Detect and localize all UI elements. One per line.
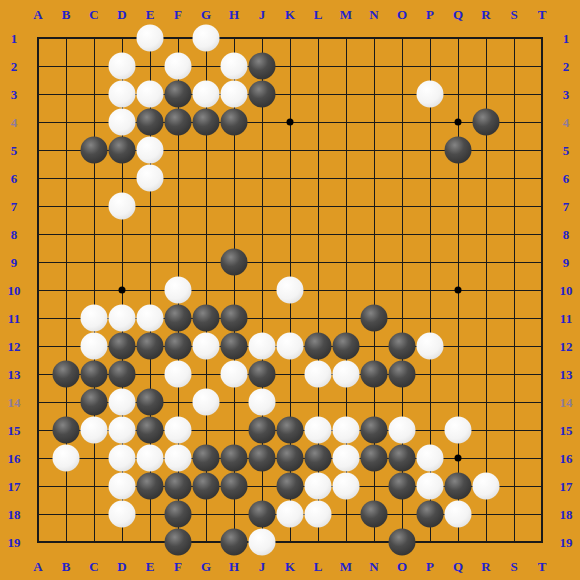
stone-white-C12[interactable] xyxy=(81,333,108,360)
stone-black-E12[interactable] xyxy=(137,333,164,360)
stone-white-M16[interactable] xyxy=(333,445,360,472)
row-label-left-12: 12 xyxy=(8,340,21,353)
stone-black-L16[interactable] xyxy=(305,445,332,472)
col-label-top-J: J xyxy=(259,8,266,21)
stone-white-K18[interactable] xyxy=(277,501,304,528)
row-label-right-11: 11 xyxy=(560,312,572,325)
col-label-bottom-G: G xyxy=(201,560,211,573)
row-label-right-9: 9 xyxy=(563,256,570,269)
stone-white-D2[interactable] xyxy=(109,53,136,80)
stone-black-G16[interactable] xyxy=(193,445,220,472)
stone-white-M17[interactable] xyxy=(333,473,360,500)
row-label-left-2: 2 xyxy=(11,60,18,73)
star-point-Q4 xyxy=(455,119,462,126)
col-label-top-H: H xyxy=(229,8,239,21)
col-label-top-T: T xyxy=(538,8,547,21)
stone-black-N15[interactable] xyxy=(361,417,388,444)
stone-white-K10[interactable] xyxy=(277,277,304,304)
star-point-D10 xyxy=(119,287,126,294)
col-label-bottom-A: A xyxy=(33,560,42,573)
stone-white-R17[interactable] xyxy=(473,473,500,500)
col-label-bottom-D: D xyxy=(117,560,126,573)
stone-white-F10[interactable] xyxy=(165,277,192,304)
row-label-left-6: 6 xyxy=(11,172,18,185)
row-label-left-19: 19 xyxy=(8,536,21,549)
stone-black-C5[interactable] xyxy=(81,137,108,164)
col-label-top-D: D xyxy=(117,8,126,21)
stone-white-J14[interactable] xyxy=(249,389,276,416)
stone-black-B13[interactable] xyxy=(53,361,80,388)
stone-black-E4[interactable] xyxy=(137,109,164,136)
row-label-right-8: 8 xyxy=(563,228,570,241)
row-label-left-14: 14 xyxy=(8,396,21,409)
row-label-right-1: 1 xyxy=(563,32,570,45)
row-label-right-19: 19 xyxy=(560,536,573,549)
star-point-Q16 xyxy=(455,455,462,462)
row-label-left-16: 16 xyxy=(8,452,21,465)
stone-white-F16[interactable] xyxy=(165,445,192,472)
stone-white-E11[interactable] xyxy=(137,305,164,332)
row-label-left-7: 7 xyxy=(11,200,18,213)
stone-white-O15[interactable] xyxy=(389,417,416,444)
stone-black-H17[interactable] xyxy=(221,473,248,500)
row-label-right-17: 17 xyxy=(560,480,573,493)
row-label-left-9: 9 xyxy=(11,256,18,269)
stone-white-G12[interactable] xyxy=(193,333,220,360)
stone-black-M12[interactable] xyxy=(333,333,360,360)
stone-white-B16[interactable] xyxy=(53,445,80,472)
row-label-right-7: 7 xyxy=(563,200,570,213)
stone-black-O12[interactable] xyxy=(389,333,416,360)
stone-black-J15[interactable] xyxy=(249,417,276,444)
col-label-bottom-O: O xyxy=(397,560,407,573)
stone-white-G14[interactable] xyxy=(193,389,220,416)
stone-white-G3[interactable] xyxy=(193,81,220,108)
stone-white-D11[interactable] xyxy=(109,305,136,332)
stone-white-H2[interactable] xyxy=(221,53,248,80)
stone-black-D13[interactable] xyxy=(109,361,136,388)
col-label-bottom-M: M xyxy=(340,560,352,573)
stone-black-C13[interactable] xyxy=(81,361,108,388)
stone-white-D15[interactable] xyxy=(109,417,136,444)
row-label-left-1: 1 xyxy=(11,32,18,45)
row-label-right-14: 14 xyxy=(560,396,573,409)
row-label-left-5: 5 xyxy=(11,144,18,157)
stone-white-D4[interactable] xyxy=(109,109,136,136)
stone-black-O19[interactable] xyxy=(389,529,416,556)
stone-black-K16[interactable] xyxy=(277,445,304,472)
stone-black-C14[interactable] xyxy=(81,389,108,416)
stone-black-H9[interactable] xyxy=(221,249,248,276)
stone-white-J12[interactable] xyxy=(249,333,276,360)
col-label-bottom-T: T xyxy=(538,560,547,573)
stone-black-N11[interactable] xyxy=(361,305,388,332)
stone-black-F12[interactable] xyxy=(165,333,192,360)
stone-white-D18[interactable] xyxy=(109,501,136,528)
stone-white-C15[interactable] xyxy=(81,417,108,444)
row-label-right-4: 4 xyxy=(563,116,570,129)
stone-black-Q17[interactable] xyxy=(445,473,472,500)
col-label-top-A: A xyxy=(33,8,42,21)
col-label-top-R: R xyxy=(481,8,490,21)
stone-white-E6[interactable] xyxy=(137,165,164,192)
col-label-top-E: E xyxy=(146,8,155,21)
stone-black-G11[interactable] xyxy=(193,305,220,332)
col-label-top-G: G xyxy=(201,8,211,21)
col-label-bottom-R: R xyxy=(481,560,490,573)
stone-white-P17[interactable] xyxy=(417,473,444,500)
stone-black-K17[interactable] xyxy=(277,473,304,500)
row-label-right-12: 12 xyxy=(560,340,573,353)
stone-black-H4[interactable] xyxy=(221,109,248,136)
stone-white-L13[interactable] xyxy=(305,361,332,388)
col-label-top-C: C xyxy=(89,8,98,21)
col-label-bottom-N: N xyxy=(369,560,378,573)
star-point-Q10 xyxy=(455,287,462,294)
stone-black-E14[interactable] xyxy=(137,389,164,416)
stone-white-K12[interactable] xyxy=(277,333,304,360)
stone-black-O13[interactable] xyxy=(389,361,416,388)
stone-white-F15[interactable] xyxy=(165,417,192,444)
col-label-top-O: O xyxy=(397,8,407,21)
stone-white-D7[interactable] xyxy=(109,193,136,220)
stone-white-Q15[interactable] xyxy=(445,417,472,444)
stone-black-Q5[interactable] xyxy=(445,137,472,164)
stone-black-N18[interactable] xyxy=(361,501,388,528)
row-label-left-8: 8 xyxy=(11,228,18,241)
stone-white-D14[interactable] xyxy=(109,389,136,416)
col-label-top-B: B xyxy=(62,8,71,21)
col-label-bottom-C: C xyxy=(89,560,98,573)
stone-black-F11[interactable] xyxy=(165,305,192,332)
stone-white-E1[interactable] xyxy=(137,25,164,52)
stone-white-H3[interactable] xyxy=(221,81,248,108)
stone-black-J2[interactable] xyxy=(249,53,276,80)
stone-white-F2[interactable] xyxy=(165,53,192,80)
row-label-left-3: 3 xyxy=(11,88,18,101)
stone-white-L17[interactable] xyxy=(305,473,332,500)
stone-white-P16[interactable] xyxy=(417,445,444,472)
col-label-top-S: S xyxy=(510,8,517,21)
stone-black-J16[interactable] xyxy=(249,445,276,472)
col-label-top-F: F xyxy=(174,8,182,21)
grid-vline-S xyxy=(514,38,515,542)
row-label-right-5: 5 xyxy=(563,144,570,157)
stone-white-G1[interactable] xyxy=(193,25,220,52)
row-label-right-13: 13 xyxy=(560,368,573,381)
stone-black-O17[interactable] xyxy=(389,473,416,500)
col-label-bottom-K: K xyxy=(285,560,295,573)
col-label-top-Q: Q xyxy=(453,8,463,21)
stone-white-F13[interactable] xyxy=(165,361,192,388)
row-label-left-18: 18 xyxy=(8,508,21,521)
stone-black-F19[interactable] xyxy=(165,529,192,556)
stone-black-L12[interactable] xyxy=(305,333,332,360)
stone-black-N16[interactable] xyxy=(361,445,388,472)
stone-black-F4[interactable] xyxy=(165,109,192,136)
stone-black-F17[interactable] xyxy=(165,473,192,500)
stone-black-F3[interactable] xyxy=(165,81,192,108)
stone-black-E15[interactable] xyxy=(137,417,164,444)
row-label-right-6: 6 xyxy=(563,172,570,185)
stone-white-M13[interactable] xyxy=(333,361,360,388)
row-label-right-3: 3 xyxy=(563,88,570,101)
stone-black-F18[interactable] xyxy=(165,501,192,528)
row-label-right-2: 2 xyxy=(563,60,570,73)
col-label-top-L: L xyxy=(314,8,323,21)
stone-white-H13[interactable] xyxy=(221,361,248,388)
stone-black-H19[interactable] xyxy=(221,529,248,556)
stone-black-D12[interactable] xyxy=(109,333,136,360)
stone-white-L18[interactable] xyxy=(305,501,332,528)
col-label-top-M: M xyxy=(340,8,352,21)
stone-black-N13[interactable] xyxy=(361,361,388,388)
col-label-bottom-J: J xyxy=(259,560,266,573)
col-label-top-K: K xyxy=(285,8,295,21)
stone-black-H12[interactable] xyxy=(221,333,248,360)
stone-white-E5[interactable] xyxy=(137,137,164,164)
stone-white-C11[interactable] xyxy=(81,305,108,332)
row-label-left-4: 4 xyxy=(11,116,18,129)
row-label-left-13: 13 xyxy=(8,368,21,381)
stone-black-P18[interactable] xyxy=(417,501,444,528)
stone-white-D17[interactable] xyxy=(109,473,136,500)
star-point-K4 xyxy=(287,119,294,126)
stone-black-J3[interactable] xyxy=(249,81,276,108)
stone-black-J13[interactable] xyxy=(249,361,276,388)
col-label-bottom-B: B xyxy=(62,560,71,573)
col-label-top-P: P xyxy=(426,8,434,21)
stone-black-J18[interactable] xyxy=(249,501,276,528)
col-label-bottom-Q: Q xyxy=(453,560,463,573)
col-label-bottom-S: S xyxy=(510,560,517,573)
stone-black-G4[interactable] xyxy=(193,109,220,136)
go-board[interactable]: AABBCCDDEEFFGGHHJJKKLLMMNNOOPPQQRRSSTT11… xyxy=(0,0,580,580)
row-label-left-15: 15 xyxy=(8,424,21,437)
stone-black-H11[interactable] xyxy=(221,305,248,332)
col-label-bottom-E: E xyxy=(146,560,155,573)
stone-white-Q18[interactable] xyxy=(445,501,472,528)
stone-black-O16[interactable] xyxy=(389,445,416,472)
row-label-right-16: 16 xyxy=(560,452,573,465)
stone-black-E17[interactable] xyxy=(137,473,164,500)
stone-white-E3[interactable] xyxy=(137,81,164,108)
row-label-right-15: 15 xyxy=(560,424,573,437)
stone-white-E16[interactable] xyxy=(137,445,164,472)
stone-black-G17[interactable] xyxy=(193,473,220,500)
stone-black-D5[interactable] xyxy=(109,137,136,164)
stone-black-K15[interactable] xyxy=(277,417,304,444)
stone-white-M15[interactable] xyxy=(333,417,360,444)
stone-white-L15[interactable] xyxy=(305,417,332,444)
stone-black-B15[interactable] xyxy=(53,417,80,444)
row-label-left-11: 11 xyxy=(8,312,20,325)
row-label-left-17: 17 xyxy=(8,480,21,493)
stone-black-H16[interactable] xyxy=(221,445,248,472)
row-label-right-18: 18 xyxy=(560,508,573,521)
row-label-right-10: 10 xyxy=(560,284,573,297)
col-label-bottom-F: F xyxy=(174,560,182,573)
col-label-bottom-P: P xyxy=(426,560,434,573)
col-label-top-N: N xyxy=(369,8,378,21)
stone-white-D3[interactable] xyxy=(109,81,136,108)
col-label-bottom-L: L xyxy=(314,560,323,573)
stone-white-P12[interactable] xyxy=(417,333,444,360)
stone-white-D16[interactable] xyxy=(109,445,136,472)
stone-white-P3[interactable] xyxy=(417,81,444,108)
stone-black-R4[interactable] xyxy=(473,109,500,136)
stone-white-J19[interactable] xyxy=(249,529,276,556)
col-label-bottom-H: H xyxy=(229,560,239,573)
row-label-left-10: 10 xyxy=(8,284,21,297)
